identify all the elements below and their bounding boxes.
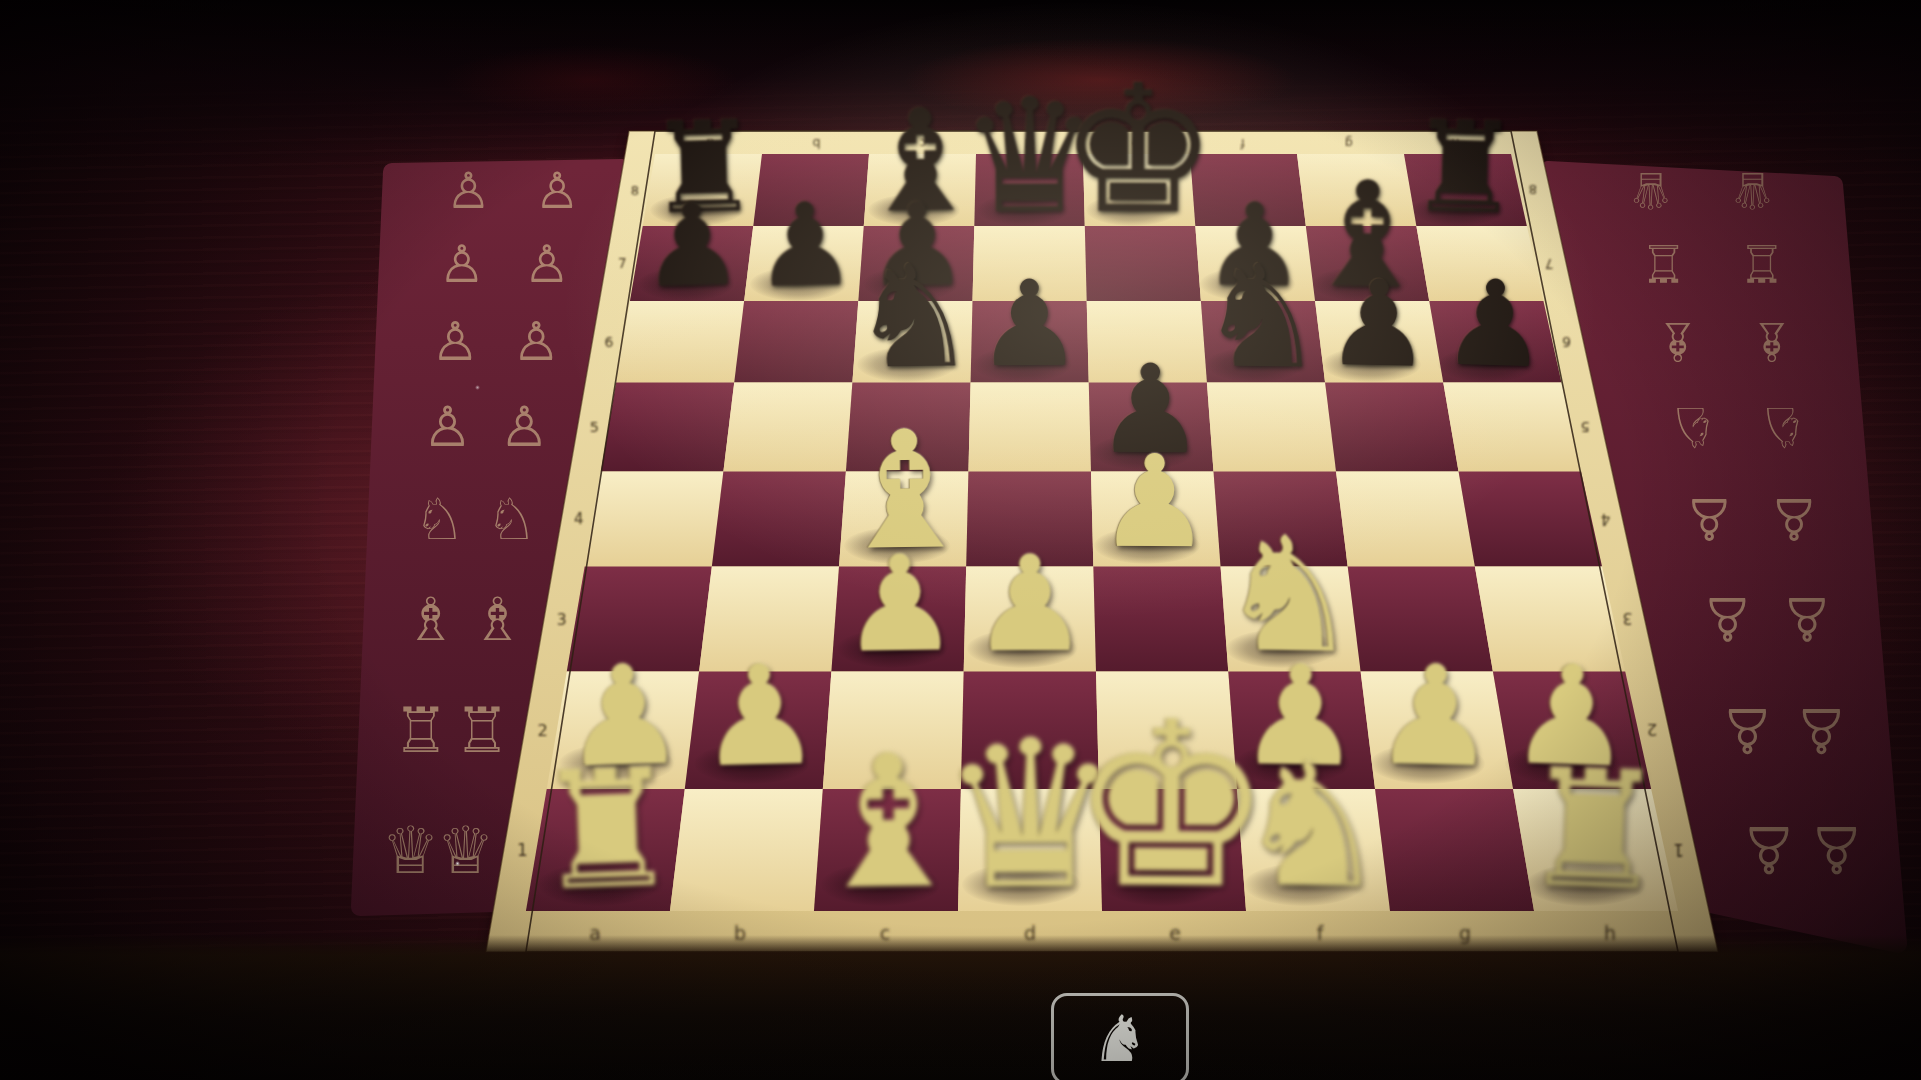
pieces-layer: ♜♝♛♚♜♟♟♟♟♝♞♟♞♟♟♟♝♟♟♟♞♟♟♟♟♟♜♝♛♚♞♜: [0, 0, 1921, 1080]
piece-black-pawn-a7[interactable]: ♟: [634, 187, 752, 305]
piece-black-pawn-h6[interactable]: ♟: [1433, 264, 1555, 386]
specular-glint: [475, 385, 480, 390]
piece-white-rook-a1[interactable]: ♜: [523, 746, 691, 914]
knight-logo-icon: ♞: [1091, 1007, 1148, 1071]
piece-black-pawn-d6[interactable]: ♟: [970, 265, 1089, 384]
piece-black-pawn-g6[interactable]: ♟: [1318, 264, 1439, 385]
piece-white-pawn-e4[interactable]: ♟: [1091, 439, 1219, 567]
piece-black-knight-c6[interactable]: ♞: [842, 245, 985, 388]
piece-white-pawn-d3[interactable]: ♟: [963, 538, 1096, 671]
piece-white-rook-h1[interactable]: ♜: [1510, 746, 1678, 914]
chess-scene: ♙♙♙♙♙♙♙♙♘♘♗♗♖♖♕♕♕♕♖♖♗♗♘♘♙♙♙♙♙♙♙♙aabbccdd…: [0, 0, 1921, 1080]
specular-glint: [455, 861, 460, 866]
piece-white-pawn-c3[interactable]: ♟: [833, 537, 967, 671]
game-logo: ♞: [1051, 993, 1189, 1080]
piece-white-knight-f1[interactable]: ♞: [1225, 739, 1400, 914]
